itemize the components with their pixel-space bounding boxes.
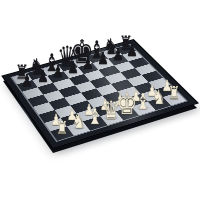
chessboard-frame: [3, 40, 197, 148]
chessboard: [12, 44, 186, 140]
product-photo: ♜♞♝♛♚♝♞♜♟♟♟♟♟♟♟♟♟♟♟♟♟♟♟♟♜♞♝♛♚♝♞♜: [0, 0, 200, 200]
